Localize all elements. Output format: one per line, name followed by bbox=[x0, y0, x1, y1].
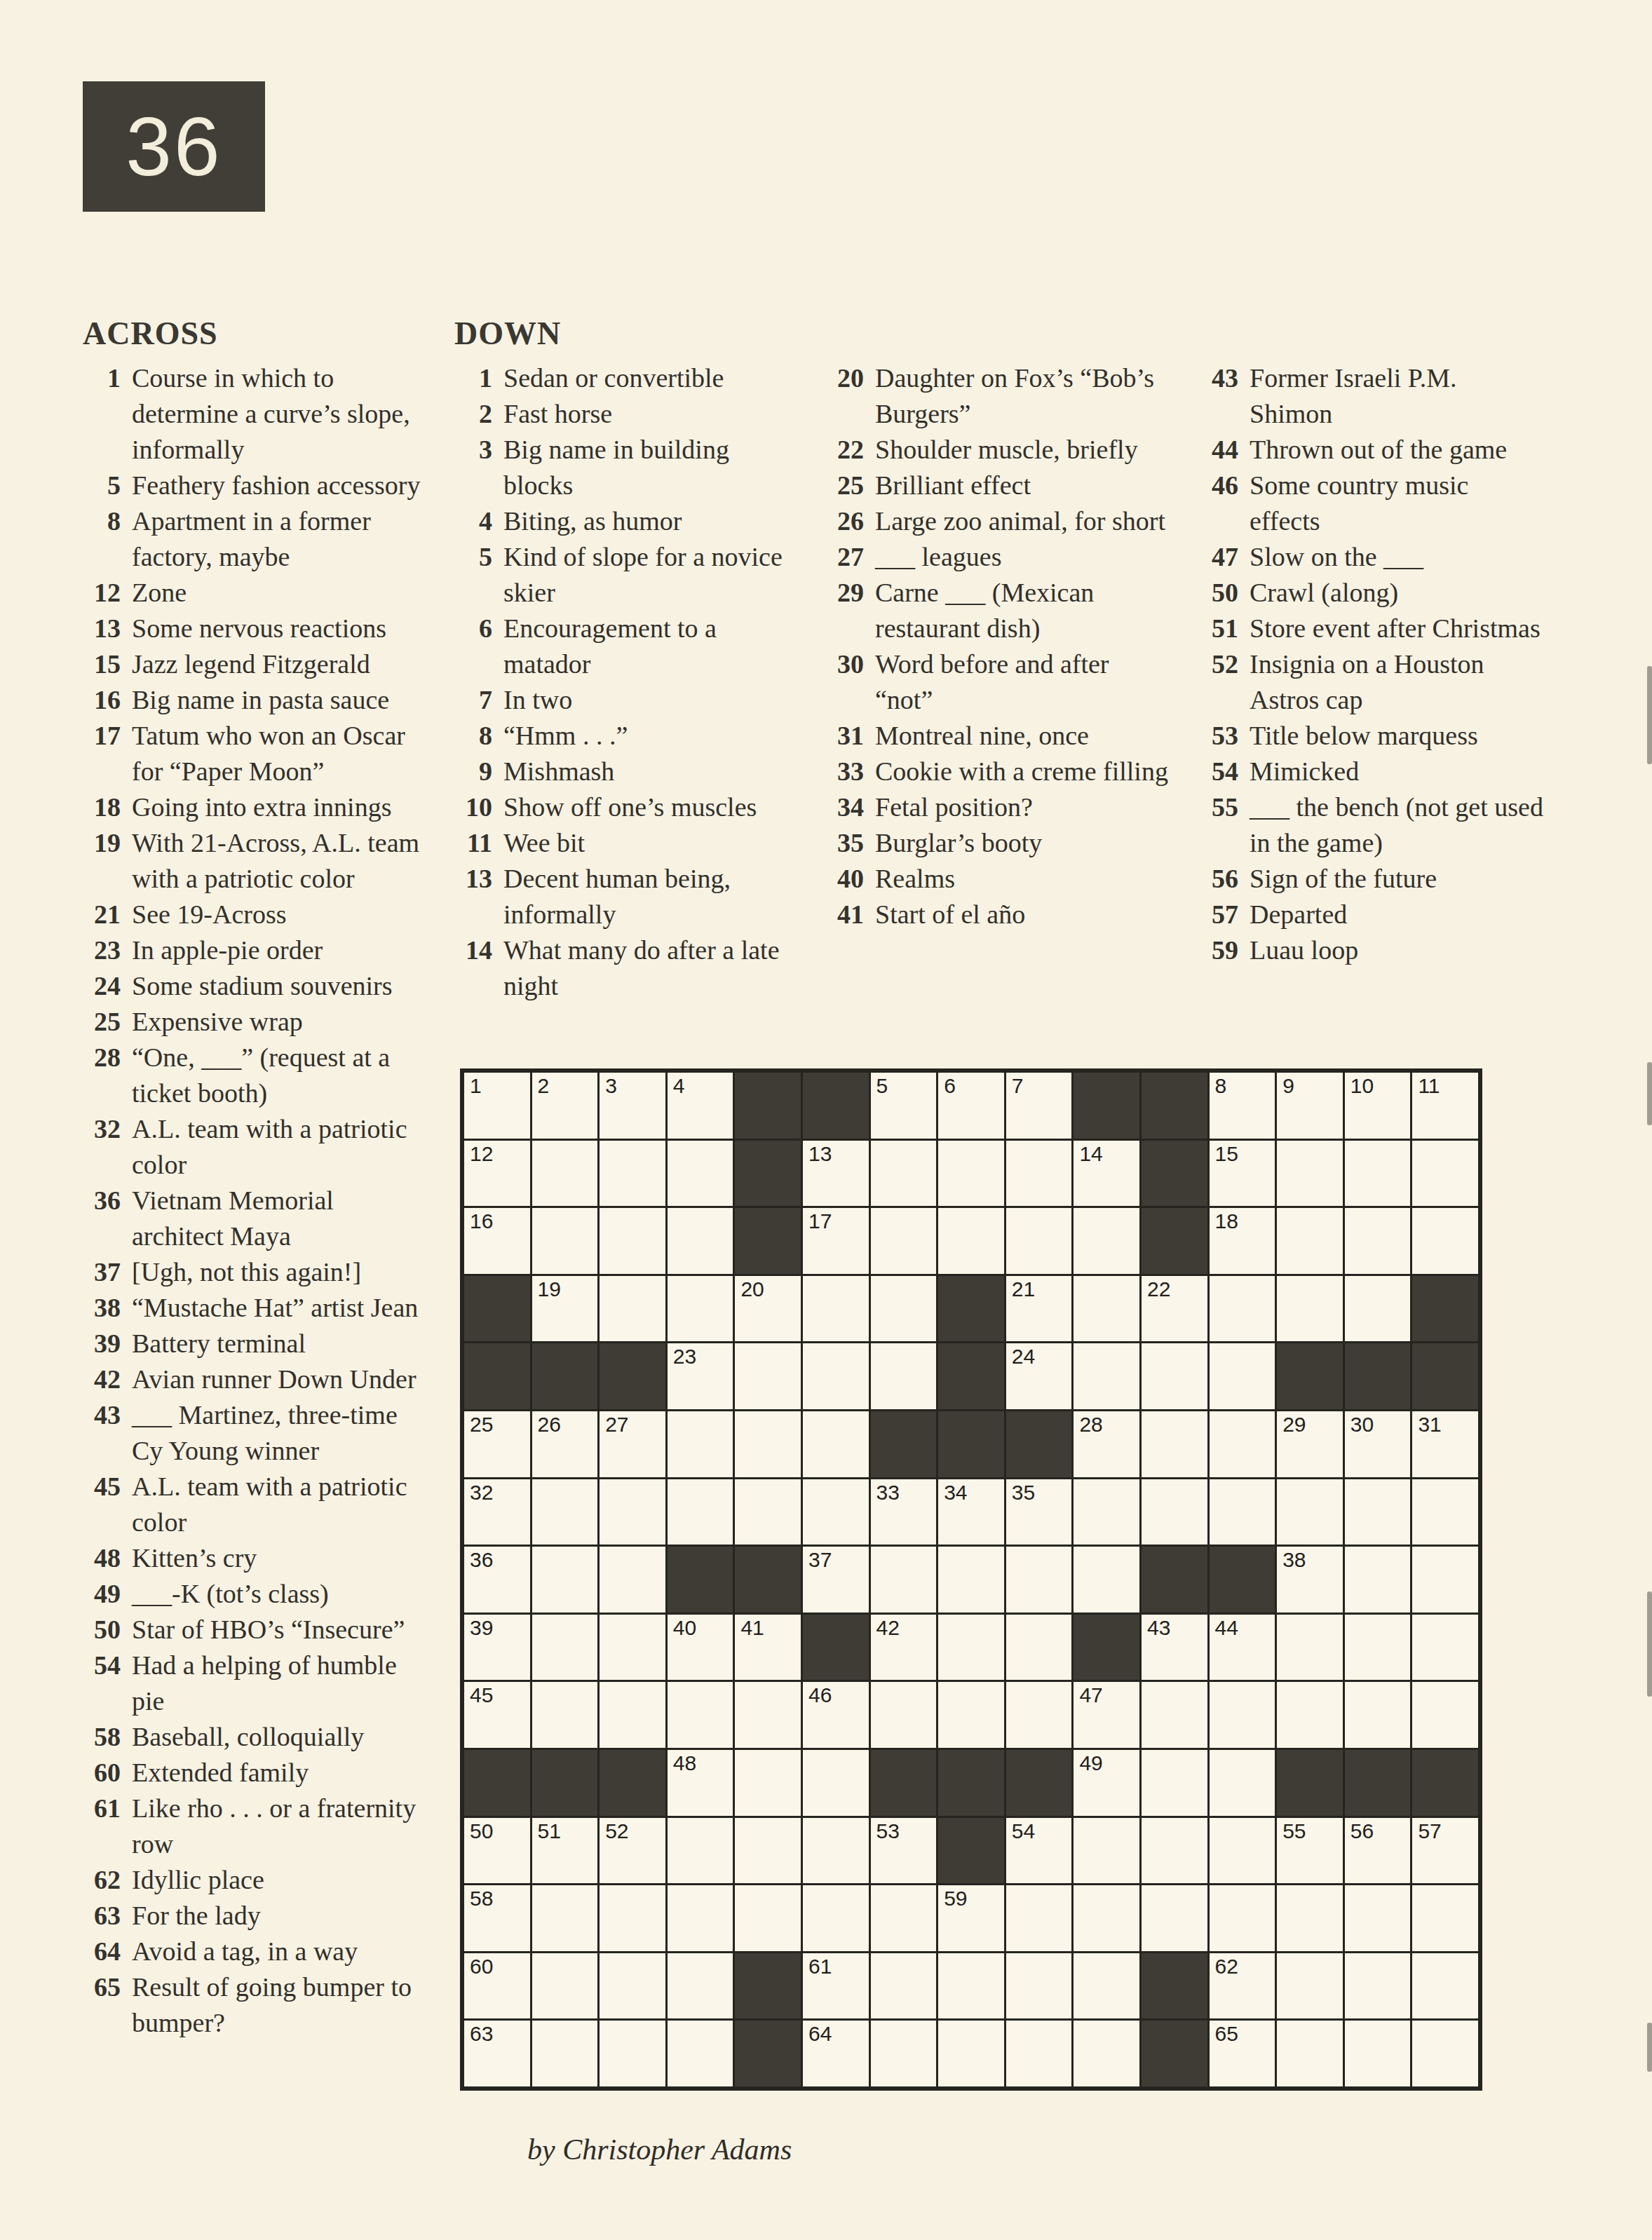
clue-text: Fetal position? bbox=[875, 789, 1170, 825]
grid-cell[interactable] bbox=[1210, 1682, 1275, 1748]
grid-cell-black bbox=[1142, 1953, 1207, 2019]
grid-cell[interactable]: 18 bbox=[1210, 1208, 1275, 1274]
grid-cell[interactable] bbox=[1210, 1818, 1275, 1884]
grid-cell[interactable]: 31 bbox=[1412, 1411, 1478, 1477]
grid-cell[interactable]: 43 bbox=[1142, 1615, 1207, 1681]
clue-text: [Ugh, not this again!] bbox=[132, 1254, 426, 1290]
cell-number: 63 bbox=[470, 2023, 493, 2045]
grid-cell[interactable]: 34 bbox=[938, 1479, 1004, 1545]
grid-cell[interactable]: 37 bbox=[803, 1547, 869, 1613]
grid-cell[interactable] bbox=[1345, 1547, 1411, 1613]
grid-cell[interactable]: 32 bbox=[464, 1479, 530, 1545]
grid-cell[interactable] bbox=[1074, 1547, 1139, 1613]
grid-cell[interactable] bbox=[532, 1208, 598, 1274]
grid-cell-black bbox=[871, 1750, 937, 1816]
grid-cell[interactable]: 27 bbox=[600, 1411, 665, 1477]
grid-cell[interactable] bbox=[1210, 1343, 1275, 1409]
clue-text: What many do after a late night bbox=[503, 932, 798, 1004]
clue-text: Expensive wrap bbox=[132, 1004, 426, 1040]
grid-cell[interactable] bbox=[532, 2021, 598, 2086]
grid-cell[interactable]: 22 bbox=[1142, 1276, 1207, 1342]
grid-cell[interactable] bbox=[1142, 1885, 1207, 1951]
clue-number: 13 bbox=[454, 861, 503, 932]
clue-number: 4 bbox=[454, 503, 503, 539]
grid-cell[interactable]: 12 bbox=[464, 1141, 530, 1207]
cell-number: 10 bbox=[1350, 1075, 1374, 1097]
grid-cell[interactable] bbox=[735, 1885, 801, 1951]
cell-number: 38 bbox=[1282, 1549, 1306, 1571]
grid-cell[interactable]: 20 bbox=[735, 1276, 801, 1342]
grid-cell[interactable] bbox=[1345, 1615, 1411, 1681]
grid-cell[interactable] bbox=[735, 1682, 801, 1748]
grid-cell[interactable] bbox=[1412, 1682, 1478, 1748]
grid-cell[interactable] bbox=[938, 1547, 1004, 1613]
grid-cell[interactable] bbox=[1006, 1682, 1072, 1748]
clue-item: 53Title below marquess bbox=[1200, 718, 1565, 754]
clue-item: 28“One, ___” (request at a ticket booth) bbox=[83, 1040, 433, 1111]
grid-cell[interactable]: 51 bbox=[532, 1818, 598, 1884]
grid-cell[interactable]: 23 bbox=[668, 1343, 733, 1409]
clue-number: 18 bbox=[83, 789, 132, 825]
grid-cell[interactable] bbox=[600, 1547, 665, 1613]
grid-cell[interactable] bbox=[1074, 2021, 1139, 2086]
grid-cell[interactable] bbox=[1074, 1479, 1139, 1545]
grid-cell-black bbox=[1277, 1343, 1343, 1409]
cell-number: 43 bbox=[1147, 1617, 1170, 1639]
clue-item: 58Baseball, colloquially bbox=[83, 1719, 433, 1755]
cell-number: 20 bbox=[740, 1278, 764, 1301]
grid-cell[interactable] bbox=[1277, 1615, 1343, 1681]
grid-cell-black bbox=[1142, 1208, 1207, 1274]
clue-number: 39 bbox=[83, 1326, 132, 1362]
clue-text: Former Israeli P.M. Shimon bbox=[1250, 360, 1544, 432]
cell-number: 19 bbox=[538, 1278, 561, 1301]
grid-cell[interactable] bbox=[938, 2021, 1004, 2086]
grid-cell[interactable] bbox=[1345, 1479, 1411, 1545]
grid-cell[interactable]: 49 bbox=[1074, 1750, 1139, 1816]
clue-text: Kind of slope for a novice skier bbox=[503, 539, 798, 611]
grid-cell[interactable] bbox=[1277, 1479, 1343, 1545]
grid-cell[interactable] bbox=[871, 1276, 937, 1342]
clue-item: 2Fast horse bbox=[454, 396, 805, 432]
grid-cell[interactable]: 8 bbox=[1210, 1073, 1275, 1139]
grid-cell[interactable]: 16 bbox=[464, 1208, 530, 1274]
grid-cell[interactable] bbox=[1142, 1479, 1207, 1545]
grid-cell[interactable] bbox=[1345, 1141, 1411, 1207]
cell-number: 47 bbox=[1079, 1684, 1102, 1706]
grid-cell[interactable] bbox=[1345, 1208, 1411, 1274]
grid-cell[interactable]: 62 bbox=[1210, 1953, 1275, 2019]
grid-cell[interactable] bbox=[803, 1276, 869, 1342]
grid-cell[interactable]: 47 bbox=[1074, 1682, 1139, 1748]
grid-cell-black bbox=[1412, 1343, 1478, 1409]
grid-cell[interactable] bbox=[600, 1885, 665, 1951]
grid-cell[interactable] bbox=[1412, 1885, 1478, 1951]
grid-cell[interactable] bbox=[1412, 1615, 1478, 1681]
grid-cell-black bbox=[1006, 1750, 1072, 1816]
clue-number: 6 bbox=[454, 611, 503, 682]
grid-cell[interactable]: 29 bbox=[1277, 1411, 1343, 1477]
grid-cell[interactable]: 56 bbox=[1345, 1818, 1411, 1884]
grid-cell[interactable]: 39 bbox=[464, 1615, 530, 1681]
grid-cell[interactable] bbox=[600, 1208, 665, 1274]
grid-cell[interactable]: 5 bbox=[871, 1073, 937, 1139]
clue-text: Mishmash bbox=[503, 754, 798, 789]
grid-cell[interactable] bbox=[668, 1208, 733, 1274]
cell-number: 23 bbox=[673, 1345, 696, 1368]
cell-number: 5 bbox=[876, 1075, 888, 1097]
page-number: 36 bbox=[126, 99, 222, 194]
grid-cell[interactable] bbox=[668, 1141, 733, 1207]
clue-item: 1Course in which to determine a curve’s … bbox=[83, 360, 433, 468]
grid-cell[interactable] bbox=[1210, 1276, 1275, 1342]
clue-number: 65 bbox=[83, 1969, 132, 2041]
grid-cell[interactable]: 3 bbox=[600, 1073, 665, 1139]
clue-item: 26Large zoo animal, for short bbox=[826, 503, 1177, 539]
grid-cell[interactable] bbox=[1074, 1208, 1139, 1274]
clue-number: 8 bbox=[83, 503, 132, 575]
grid-cell[interactable] bbox=[735, 1818, 801, 1884]
grid-cell[interactable] bbox=[1277, 1276, 1343, 1342]
grid-cell[interactable] bbox=[735, 1479, 801, 1545]
clue-item: 8Apartment in a former factory, maybe bbox=[83, 503, 433, 575]
clue-text: Some nervous reactions bbox=[132, 611, 426, 646]
clue-text: Sedan or convertible bbox=[503, 360, 798, 396]
grid-cell[interactable] bbox=[1345, 1276, 1411, 1342]
grid-cell[interactable] bbox=[735, 1343, 801, 1409]
grid-cell[interactable] bbox=[1210, 1479, 1275, 1545]
grid-cell[interactable] bbox=[871, 1208, 937, 1274]
grid-cell[interactable] bbox=[871, 1547, 937, 1613]
grid-cell[interactable] bbox=[803, 1479, 869, 1545]
grid-cell[interactable] bbox=[735, 1750, 801, 1816]
grid-cell[interactable] bbox=[668, 1411, 733, 1477]
grid-cell[interactable] bbox=[1412, 1479, 1478, 1545]
grid-cell[interactable] bbox=[1142, 1343, 1207, 1409]
grid-cell[interactable] bbox=[532, 1885, 598, 1951]
clue-number: 5 bbox=[83, 468, 132, 503]
grid-cell[interactable] bbox=[1142, 1682, 1207, 1748]
grid-cell[interactable] bbox=[1074, 1818, 1139, 1884]
grid-cell[interactable] bbox=[1142, 1411, 1207, 1477]
grid-cell[interactable] bbox=[871, 1343, 937, 1409]
grid-cell[interactable] bbox=[803, 1343, 869, 1409]
grid-cell[interactable] bbox=[1210, 1411, 1275, 1477]
grid-cell[interactable] bbox=[532, 1615, 598, 1681]
grid-cell[interactable] bbox=[600, 1276, 665, 1342]
cell-number: 11 bbox=[1418, 1075, 1440, 1097]
grid-cell[interactable] bbox=[668, 2021, 733, 2086]
grid-cell[interactable] bbox=[1006, 2021, 1072, 2086]
clue-number: 41 bbox=[826, 897, 875, 932]
clue-number: 53 bbox=[1200, 718, 1250, 754]
grid-cell[interactable]: 40 bbox=[668, 1615, 733, 1681]
grid-cell[interactable] bbox=[1345, 2021, 1411, 2086]
clue-number: 51 bbox=[1200, 611, 1250, 646]
grid-cell[interactable] bbox=[600, 1479, 665, 1545]
grid-cell[interactable]: 36 bbox=[464, 1547, 530, 1613]
grid-cell[interactable]: 64 bbox=[803, 2021, 869, 2086]
clue-item: 42Avian runner Down Under bbox=[83, 1362, 433, 1397]
grid-cell[interactable] bbox=[1277, 2021, 1343, 2086]
clue-number: 10 bbox=[454, 789, 503, 825]
grid-cell[interactable]: 41 bbox=[735, 1615, 801, 1681]
clue-text: In apple-pie order bbox=[132, 932, 426, 968]
down-clue-list-2: 20Daughter on Fox’s “Bob’s Burgers”22Sho… bbox=[826, 360, 1177, 932]
grid-cell[interactable] bbox=[532, 1682, 598, 1748]
grid-cell[interactable]: 54 bbox=[1006, 1818, 1072, 1884]
clue-item: 20Daughter on Fox’s “Bob’s Burgers” bbox=[826, 360, 1177, 432]
grid-cell[interactable] bbox=[871, 1141, 937, 1207]
down-header: DOWN bbox=[454, 317, 805, 351]
clue-item: 48Kitten’s cry bbox=[83, 1540, 433, 1576]
grid-cell[interactable] bbox=[1412, 1141, 1478, 1207]
grid-cell[interactable]: 24 bbox=[1006, 1343, 1072, 1409]
grid-cell[interactable]: 60 bbox=[464, 1953, 530, 2019]
clue-text: Crawl (along) bbox=[1250, 575, 1544, 611]
cell-number: 30 bbox=[1350, 1413, 1374, 1436]
clue-number: 14 bbox=[454, 932, 503, 1004]
cell-number: 46 bbox=[808, 1684, 832, 1706]
grid-cell[interactable] bbox=[668, 1276, 733, 1342]
grid-cell[interactable]: 45 bbox=[464, 1682, 530, 1748]
clue-number: 52 bbox=[1200, 646, 1250, 718]
grid-cell[interactable] bbox=[1345, 1682, 1411, 1748]
cell-number: 64 bbox=[808, 2023, 832, 2045]
grid-cell[interactable] bbox=[1412, 2021, 1478, 2086]
grid-cell[interactable] bbox=[1210, 1750, 1275, 1816]
clue-item: 9Mishmash bbox=[454, 754, 805, 789]
clue-item: 35Burglar’s booty bbox=[826, 825, 1177, 861]
grid-cell[interactable] bbox=[1006, 1208, 1072, 1274]
grid-cell[interactable] bbox=[803, 1885, 869, 1951]
grid-cell[interactable] bbox=[803, 1818, 869, 1884]
grid-cell[interactable] bbox=[938, 1615, 1004, 1681]
grid-cell[interactable] bbox=[871, 1682, 937, 1748]
grid-cell[interactable] bbox=[600, 1682, 665, 1748]
cell-number: 16 bbox=[470, 1210, 493, 1233]
grid-cell-black bbox=[1006, 1411, 1072, 1477]
grid-cell[interactable]: 48 bbox=[668, 1750, 733, 1816]
crossword-grid: 1234567891011121314151617181920212223242… bbox=[460, 1068, 1482, 2091]
grid-cell[interactable] bbox=[1412, 1208, 1478, 1274]
clue-text: Departed bbox=[1250, 897, 1544, 932]
clue-text: Kitten’s cry bbox=[132, 1540, 426, 1576]
grid-cell[interactable]: 33 bbox=[871, 1479, 937, 1545]
grid-cell[interactable] bbox=[1142, 1750, 1207, 1816]
grid-cell[interactable]: 10 bbox=[1345, 1073, 1411, 1139]
grid-cell[interactable]: 42 bbox=[871, 1615, 937, 1681]
grid-cell[interactable]: 26 bbox=[532, 1411, 598, 1477]
cell-number: 7 bbox=[1012, 1075, 1024, 1097]
grid-cell[interactable]: 9 bbox=[1277, 1073, 1343, 1139]
grid-cell[interactable] bbox=[938, 1208, 1004, 1274]
grid-cell[interactable]: 19 bbox=[532, 1276, 598, 1342]
grid-cell[interactable]: 61 bbox=[803, 1953, 869, 2019]
clue-text: Like rho . . . or a fraternity row bbox=[132, 1791, 426, 1862]
grid-cell[interactable] bbox=[668, 1953, 733, 2019]
grid-cell-black bbox=[464, 1343, 530, 1409]
clue-text: Title below marquess bbox=[1250, 718, 1544, 754]
clue-item: 27___ leagues bbox=[826, 539, 1177, 575]
grid-cell[interactable] bbox=[600, 2021, 665, 2086]
grid-cell[interactable] bbox=[668, 1818, 733, 1884]
clue-text: Encouragement to a matador bbox=[503, 611, 798, 682]
grid-cell[interactable] bbox=[532, 1141, 598, 1207]
grid-cell[interactable]: 52 bbox=[600, 1818, 665, 1884]
grid-cell[interactable] bbox=[1412, 1953, 1478, 2019]
grid-cell[interactable]: 11 bbox=[1412, 1073, 1478, 1139]
grid-cell[interactable] bbox=[600, 1953, 665, 2019]
grid-cell[interactable] bbox=[938, 1953, 1004, 2019]
grid-cell[interactable] bbox=[668, 1682, 733, 1748]
clue-item: 4Biting, as humor bbox=[454, 503, 805, 539]
clue-text: Burglar’s booty bbox=[875, 825, 1170, 861]
cell-number: 50 bbox=[470, 1820, 493, 1842]
grid-cell[interactable]: 65 bbox=[1210, 2021, 1275, 2086]
grid-cell[interactable] bbox=[1074, 1343, 1139, 1409]
clue-item: 18Going into extra innings bbox=[83, 789, 433, 825]
grid-cell[interactable]: 4 bbox=[668, 1073, 733, 1139]
clue-number: 48 bbox=[83, 1540, 132, 1576]
grid-cell[interactable] bbox=[1345, 1953, 1411, 2019]
grid-cell[interactable] bbox=[1210, 1885, 1275, 1951]
grid-cell[interactable]: 7 bbox=[1006, 1073, 1072, 1139]
cell-number: 45 bbox=[470, 1684, 493, 1706]
grid-cell[interactable]: 13 bbox=[803, 1141, 869, 1207]
grid-cell[interactable] bbox=[1006, 1141, 1072, 1207]
clue-text: Vietnam Memorial architect Maya bbox=[132, 1183, 426, 1254]
clue-number: 36 bbox=[83, 1183, 132, 1254]
cell-number: 42 bbox=[876, 1617, 900, 1639]
grid-cell[interactable]: 17 bbox=[803, 1208, 869, 1274]
cell-number: 1 bbox=[470, 1075, 482, 1097]
clue-text: Extended family bbox=[132, 1755, 426, 1791]
clue-number: 26 bbox=[826, 503, 875, 539]
clue-item: 29Carne ___ (Mexican restaurant dish) bbox=[826, 575, 1177, 646]
grid-cell[interactable] bbox=[1074, 1953, 1139, 2019]
cell-number: 17 bbox=[808, 1210, 832, 1233]
cell-number: 52 bbox=[605, 1820, 628, 1842]
clue-number: 21 bbox=[83, 897, 132, 932]
grid-cell[interactable] bbox=[1277, 1141, 1343, 1207]
clue-text: Fast horse bbox=[503, 396, 798, 432]
grid-cell[interactable] bbox=[1277, 1953, 1343, 2019]
grid-cell[interactable] bbox=[600, 1615, 665, 1681]
grid-cell[interactable]: 38 bbox=[1277, 1547, 1343, 1613]
clue-item: 8“Hmm . . .” bbox=[454, 718, 805, 754]
grid-cell[interactable] bbox=[532, 1479, 598, 1545]
grid-cell[interactable] bbox=[803, 1750, 869, 1816]
clue-number: 2 bbox=[454, 396, 503, 432]
grid-cell[interactable]: 28 bbox=[1074, 1411, 1139, 1477]
clue-text: Sign of the future bbox=[1250, 861, 1544, 897]
grid-cell[interactable]: 30 bbox=[1345, 1411, 1411, 1477]
grid-cell[interactable]: 55 bbox=[1277, 1818, 1343, 1884]
cell-number: 56 bbox=[1350, 1820, 1374, 1842]
grid-cell-black bbox=[735, 1953, 801, 2019]
clue-item: 24Some stadium souvenirs bbox=[83, 968, 433, 1004]
grid-cell[interactable] bbox=[938, 1141, 1004, 1207]
grid-cell[interactable]: 6 bbox=[938, 1073, 1004, 1139]
clue-item: 46Some country music effects bbox=[1200, 468, 1565, 539]
grid-cell[interactable]: 25 bbox=[464, 1411, 530, 1477]
grid-cell[interactable] bbox=[1006, 1953, 1072, 2019]
grid-cell[interactable]: 1 bbox=[464, 1073, 530, 1139]
grid-cell[interactable] bbox=[1412, 1547, 1478, 1613]
grid-cell-black bbox=[1142, 1141, 1207, 1207]
clue-text: Big name in pasta sauce bbox=[132, 682, 426, 718]
grid-cell[interactable] bbox=[871, 1885, 937, 1951]
grid-cell[interactable] bbox=[1277, 1682, 1343, 1748]
grid-cell[interactable]: 53 bbox=[871, 1818, 937, 1884]
clue-number: 61 bbox=[83, 1791, 132, 1862]
grid-cell[interactable]: 14 bbox=[1074, 1141, 1139, 1207]
clue-number: 38 bbox=[83, 1290, 132, 1326]
grid-cell[interactable] bbox=[1006, 1547, 1072, 1613]
grid-cell[interactable]: 63 bbox=[464, 2021, 530, 2086]
grid-cell[interactable] bbox=[803, 1411, 869, 1477]
grid-cell[interactable] bbox=[1074, 1276, 1139, 1342]
grid-cell-black bbox=[1210, 1547, 1275, 1613]
cell-number: 31 bbox=[1418, 1413, 1441, 1436]
grid-cell[interactable]: 21 bbox=[1006, 1276, 1072, 1342]
grid-cell[interactable] bbox=[1277, 1208, 1343, 1274]
grid-cell[interactable] bbox=[735, 1411, 801, 1477]
grid-cell[interactable] bbox=[1345, 1885, 1411, 1951]
clue-item: 38“Mustache Hat” artist Jean bbox=[83, 1290, 433, 1326]
cell-number: 12 bbox=[470, 1143, 493, 1165]
clue-number: 56 bbox=[1200, 861, 1250, 897]
grid-cell[interactable] bbox=[938, 1682, 1004, 1748]
grid-cell[interactable] bbox=[871, 1953, 937, 2019]
cell-number: 13 bbox=[808, 1143, 832, 1165]
grid-cell[interactable] bbox=[600, 1141, 665, 1207]
byline: by Christopher Adams bbox=[527, 2133, 792, 2166]
cell-number: 41 bbox=[740, 1617, 764, 1639]
grid-cell[interactable]: 59 bbox=[938, 1885, 1004, 1951]
grid-cell[interactable]: 44 bbox=[1210, 1615, 1275, 1681]
grid-cell[interactable] bbox=[1006, 1885, 1072, 1951]
clue-text: Montreal nine, once bbox=[875, 718, 1170, 754]
grid-cell[interactable] bbox=[1006, 1615, 1072, 1681]
grid-cell[interactable]: 35 bbox=[1006, 1479, 1072, 1545]
grid-cell[interactable] bbox=[668, 1885, 733, 1951]
clue-item: 62Idyllic place bbox=[83, 1862, 433, 1898]
grid-cell[interactable] bbox=[668, 1479, 733, 1545]
grid-cell[interactable] bbox=[1074, 1885, 1139, 1951]
clue-number: 17 bbox=[83, 718, 132, 789]
grid-cell[interactable]: 58 bbox=[464, 1885, 530, 1951]
grid-cell[interactable]: 2 bbox=[532, 1073, 598, 1139]
grid-cell[interactable] bbox=[1277, 1885, 1343, 1951]
grid-cell[interactable] bbox=[871, 2021, 937, 2086]
cell-number: 27 bbox=[605, 1413, 628, 1436]
clue-item: 65Result of going bumper to bumper? bbox=[83, 1969, 433, 2041]
clue-number: 46 bbox=[1200, 468, 1250, 539]
grid-cell[interactable]: 50 bbox=[464, 1818, 530, 1884]
grid-cell[interactable]: 46 bbox=[803, 1682, 869, 1748]
clue-item: 33Cookie with a creme filling bbox=[826, 754, 1177, 789]
grid-cell[interactable]: 57 bbox=[1412, 1818, 1478, 1884]
grid-cell-black bbox=[735, 1547, 801, 1613]
grid-cell[interactable] bbox=[532, 1953, 598, 2019]
grid-cell[interactable] bbox=[1142, 1818, 1207, 1884]
grid-cell[interactable] bbox=[532, 1547, 598, 1613]
clue-text: Large zoo animal, for short bbox=[875, 503, 1170, 539]
grid-cell[interactable]: 15 bbox=[1210, 1141, 1275, 1207]
clue-number: 24 bbox=[83, 968, 132, 1004]
